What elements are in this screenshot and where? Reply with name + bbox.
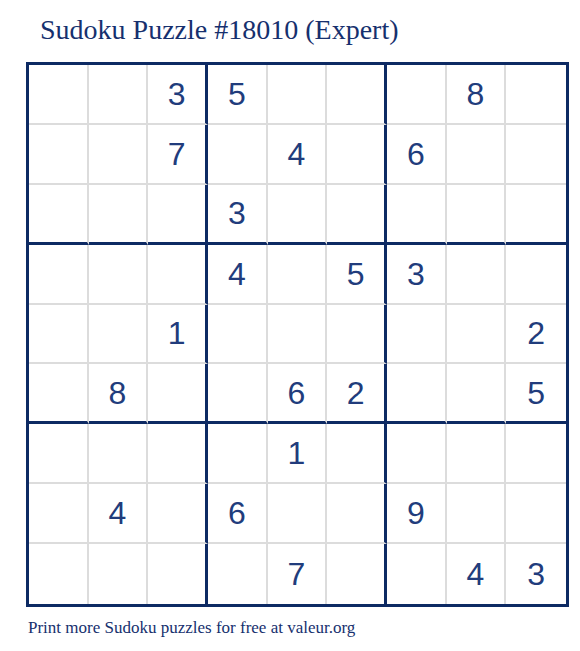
cell-r4c7: 3	[387, 245, 447, 305]
cell-r1c9	[506, 65, 566, 125]
cell-r7c3	[148, 424, 208, 484]
cell-r2c7: 6	[387, 125, 447, 185]
cell-r1c5	[268, 65, 328, 125]
cell-r5c5	[268, 305, 328, 365]
cell-r9c1	[29, 544, 89, 604]
cell-r8c2: 4	[89, 484, 149, 544]
cell-r8c4: 6	[208, 484, 268, 544]
cell-r8c3	[148, 484, 208, 544]
cell-r6c9: 5	[506, 364, 566, 424]
cell-r3c4: 3	[208, 185, 268, 245]
cell-r6c3	[148, 364, 208, 424]
cell-r9c8: 4	[447, 544, 507, 604]
cell-r1c1	[29, 65, 89, 125]
cell-r1c3: 3	[148, 65, 208, 125]
cell-r3c3	[148, 185, 208, 245]
cell-r1c2	[89, 65, 149, 125]
cell-r6c7	[387, 364, 447, 424]
cell-r3c2	[89, 185, 149, 245]
cell-r4c8	[447, 245, 507, 305]
cell-r8c6	[327, 484, 387, 544]
cell-r4c2	[89, 245, 149, 305]
cell-r7c2	[89, 424, 149, 484]
cell-r9c4	[208, 544, 268, 604]
cell-r5c6	[327, 305, 387, 365]
cell-r8c9	[506, 484, 566, 544]
sudoku-grid: 35874634531286251469743	[26, 62, 569, 607]
cell-r3c6	[327, 185, 387, 245]
cell-r3c9	[506, 185, 566, 245]
cell-r7c4	[208, 424, 268, 484]
cell-r4c6: 5	[327, 245, 387, 305]
cell-r9c6	[327, 544, 387, 604]
cell-r5c1	[29, 305, 89, 365]
cell-r5c3: 1	[148, 305, 208, 365]
cell-r1c7	[387, 65, 447, 125]
cell-r2c1	[29, 125, 89, 185]
cell-r7c7	[387, 424, 447, 484]
cell-r6c5: 6	[268, 364, 328, 424]
cell-r2c2	[89, 125, 149, 185]
cell-r5c4	[208, 305, 268, 365]
cell-r9c3	[148, 544, 208, 604]
cell-r7c5: 1	[268, 424, 328, 484]
cell-r2c5: 4	[268, 125, 328, 185]
cell-r3c5	[268, 185, 328, 245]
cell-r4c9	[506, 245, 566, 305]
cell-r6c8	[447, 364, 507, 424]
cell-r5c8	[447, 305, 507, 365]
cell-r2c9	[506, 125, 566, 185]
cell-r5c9: 2	[506, 305, 566, 365]
footer-text: Print more Sudoku puzzles for free at va…	[28, 618, 355, 638]
cell-r3c8	[447, 185, 507, 245]
cell-r2c4	[208, 125, 268, 185]
cell-r4c4: 4	[208, 245, 268, 305]
cell-r9c9: 3	[506, 544, 566, 604]
cell-r6c1	[29, 364, 89, 424]
cell-r7c6	[327, 424, 387, 484]
cell-r6c2: 8	[89, 364, 149, 424]
cell-r9c5: 7	[268, 544, 328, 604]
cell-r1c8: 8	[447, 65, 507, 125]
cell-r2c8	[447, 125, 507, 185]
cell-r4c5	[268, 245, 328, 305]
cell-r1c4: 5	[208, 65, 268, 125]
cell-r2c3: 7	[148, 125, 208, 185]
cell-r3c1	[29, 185, 89, 245]
cell-r7c8	[447, 424, 507, 484]
cell-r6c4	[208, 364, 268, 424]
cell-r9c2	[89, 544, 149, 604]
cell-r1c6	[327, 65, 387, 125]
page-title: Sudoku Puzzle #18010 (Expert)	[40, 14, 399, 46]
cell-r4c3	[148, 245, 208, 305]
cell-r3c7	[387, 185, 447, 245]
cell-r8c8	[447, 484, 507, 544]
cell-r8c5	[268, 484, 328, 544]
cell-r5c7	[387, 305, 447, 365]
cell-r8c7: 9	[387, 484, 447, 544]
cell-r4c1	[29, 245, 89, 305]
cell-r6c6: 2	[327, 364, 387, 424]
cell-r5c2	[89, 305, 149, 365]
cell-r8c1	[29, 484, 89, 544]
cell-r9c7	[387, 544, 447, 604]
cell-r7c9	[506, 424, 566, 484]
cell-r7c1	[29, 424, 89, 484]
cell-r2c6	[327, 125, 387, 185]
